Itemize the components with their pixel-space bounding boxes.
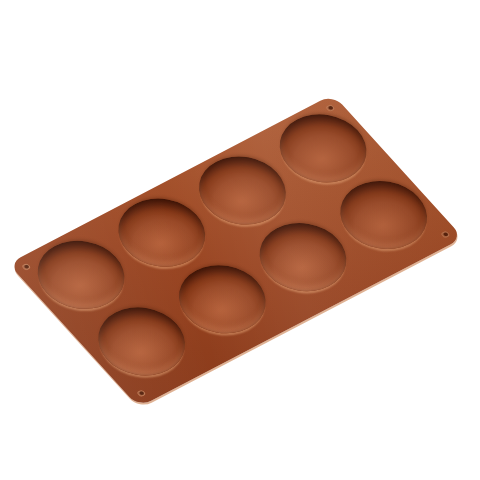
corner-hole-3 bbox=[440, 230, 451, 238]
corner-hole-4 bbox=[136, 389, 147, 397]
muffin-mold bbox=[8, 94, 463, 407]
cavity-grid bbox=[10, 94, 454, 396]
photo-background bbox=[0, 0, 480, 480]
